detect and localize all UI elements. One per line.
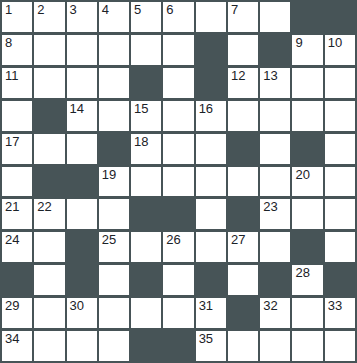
cell-r3c8[interactable]: 12: [228, 68, 258, 98]
cell-r10c9[interactable]: 32: [260, 298, 290, 328]
clue-number: 30: [70, 298, 84, 313]
cell-r4c10[interactable]: [292, 101, 322, 131]
block-r5c8: [228, 134, 258, 164]
cell-r1c4[interactable]: 4: [99, 2, 129, 32]
cell-r4c8[interactable]: [228, 101, 258, 131]
cell-r3c1[interactable]: 11: [2, 68, 32, 98]
cell-r7c1[interactable]: 21: [2, 199, 32, 229]
block-r5c10: [292, 134, 322, 164]
cell-r1c3[interactable]: 3: [67, 2, 97, 32]
cell-r8c4[interactable]: 25: [99, 232, 129, 262]
block-r8c10: [292, 232, 322, 262]
cell-r5c3[interactable]: [67, 134, 97, 164]
cell-r1c2[interactable]: 2: [34, 2, 64, 32]
cell-r6c6[interactable]: [163, 167, 193, 197]
cell-r5c11[interactable]: [325, 134, 355, 164]
cell-r7c10[interactable]: [292, 199, 322, 229]
cell-r2c10[interactable]: 9: [292, 35, 322, 65]
clue-number: 25: [102, 232, 116, 247]
cell-r6c9[interactable]: [260, 167, 290, 197]
clue-number: 35: [199, 331, 213, 346]
cell-r2c6[interactable]: [163, 35, 193, 65]
cell-r8c8[interactable]: 27: [228, 232, 258, 262]
clue-number: 34: [5, 331, 19, 346]
cell-r4c4[interactable]: [99, 101, 129, 131]
crossword-board: 1234567891011121314151617181920212223242…: [0, 0, 357, 363]
cell-r11c10[interactable]: [292, 331, 322, 361]
cell-r10c10[interactable]: [292, 298, 322, 328]
clue-number: 31: [199, 298, 213, 313]
clue-number: 3: [70, 2, 77, 17]
clue-number: 8: [5, 35, 12, 50]
clue-number: 13: [263, 68, 277, 83]
cell-r3c3[interactable]: [67, 68, 97, 98]
cell-r6c4[interactable]: 19: [99, 167, 129, 197]
cell-r11c1[interactable]: 34: [2, 331, 32, 361]
cell-r5c6[interactable]: [163, 134, 193, 164]
cell-r5c7[interactable]: [196, 134, 226, 164]
cell-r2c3[interactable]: [67, 35, 97, 65]
clue-number: 18: [134, 134, 148, 149]
cell-r5c1[interactable]: 17: [2, 134, 32, 164]
block-r7c6: [163, 199, 193, 229]
cell-r1c7[interactable]: [196, 2, 226, 32]
clue-number: 6: [166, 2, 173, 17]
cell-r2c1[interactable]: 8: [2, 35, 32, 65]
cell-r7c9[interactable]: 23: [260, 199, 290, 229]
clue-number: 20: [295, 167, 309, 182]
cell-r2c8[interactable]: [228, 35, 258, 65]
clue-number: 14: [70, 101, 84, 116]
clue-number: 1: [5, 2, 12, 17]
clue-number: 28: [295, 265, 309, 280]
cell-r9c10[interactable]: 28: [292, 265, 322, 295]
block-r2c9: [260, 35, 290, 65]
cell-r11c3[interactable]: [67, 331, 97, 361]
clue-number: 19: [102, 167, 116, 182]
cell-r3c9[interactable]: 13: [260, 68, 290, 98]
clue-number: 16: [199, 101, 213, 116]
cell-r4c3[interactable]: 14: [67, 101, 97, 131]
cell-r9c8[interactable]: [228, 265, 258, 295]
cell-r11c11[interactable]: [325, 331, 355, 361]
cell-r1c6[interactable]: 6: [163, 2, 193, 32]
block-r7c8: [228, 199, 258, 229]
cell-r10c3[interactable]: 30: [67, 298, 97, 328]
cell-r6c8[interactable]: [228, 167, 258, 197]
block-r10c8: [228, 298, 258, 328]
clue-number: 26: [166, 232, 180, 247]
block-r3c7: [196, 68, 226, 98]
block-r9c9: [260, 265, 290, 295]
cell-r6c5[interactable]: [131, 167, 161, 197]
cell-r1c9[interactable]: [260, 2, 290, 32]
clue-number: 21: [5, 199, 19, 214]
cell-r8c5[interactable]: [131, 232, 161, 262]
block-r9c7: [196, 265, 226, 295]
cell-r8c9[interactable]: [260, 232, 290, 262]
clue-number: 17: [5, 134, 19, 149]
clue-number: 27: [231, 232, 245, 247]
cell-r7c11[interactable]: [325, 199, 355, 229]
block-r7c5: [131, 199, 161, 229]
cell-r6c11[interactable]: [325, 167, 355, 197]
cell-r3c10[interactable]: [292, 68, 322, 98]
cell-r8c11[interactable]: [325, 232, 355, 262]
clue-number: 10: [328, 35, 342, 50]
cell-r3c11[interactable]: [325, 68, 355, 98]
block-r5c4: [99, 134, 129, 164]
cell-r9c4[interactable]: [99, 265, 129, 295]
cell-r8c1[interactable]: 24: [2, 232, 32, 262]
cell-r9c2[interactable]: [34, 265, 64, 295]
cell-r4c1[interactable]: [2, 101, 32, 131]
cell-r1c5[interactable]: 5: [131, 2, 161, 32]
cell-r4c7[interactable]: 16: [196, 101, 226, 131]
cell-r7c2[interactable]: 22: [34, 199, 64, 229]
clue-number: 32: [263, 298, 277, 313]
block-r9c11: [325, 265, 355, 295]
cell-r10c2[interactable]: [34, 298, 64, 328]
cell-r6c7[interactable]: [196, 167, 226, 197]
cell-r4c11[interactable]: [325, 101, 355, 131]
block-r4c2: [34, 101, 64, 131]
cell-r8c7[interactable]: [196, 232, 226, 262]
clue-number: 15: [134, 101, 148, 116]
cell-r8c6[interactable]: 26: [163, 232, 193, 262]
cell-r11c9[interactable]: [260, 331, 290, 361]
clue-number: 7: [231, 2, 238, 17]
cell-r2c11[interactable]: 10: [325, 35, 355, 65]
clue-number: 33: [328, 298, 342, 313]
block-r3c5: [131, 68, 161, 98]
clue-number: 22: [37, 199, 51, 214]
cell-r10c4[interactable]: [99, 298, 129, 328]
cell-r1c1[interactable]: 1: [2, 2, 32, 32]
block-r6c2: [34, 167, 64, 197]
cell-r7c4[interactable]: [99, 199, 129, 229]
cell-r10c1[interactable]: 29: [2, 298, 32, 328]
block-r1c11: [325, 2, 355, 32]
clue-number: 5: [134, 2, 141, 17]
cell-r5c9[interactable]: [260, 134, 290, 164]
cell-r11c8[interactable]: [228, 331, 258, 361]
cell-r10c6[interactable]: [163, 298, 193, 328]
cell-r10c5[interactable]: [131, 298, 161, 328]
block-r11c5: [131, 331, 161, 361]
clue-number: 12: [231, 68, 245, 83]
cell-r3c4[interactable]: [99, 68, 129, 98]
cell-r2c2[interactable]: [34, 35, 64, 65]
cell-r9c6[interactable]: [163, 265, 193, 295]
clue-number: 23: [263, 199, 277, 214]
block-r1c10: [292, 2, 322, 32]
cell-r10c7[interactable]: 31: [196, 298, 226, 328]
cell-r5c5[interactable]: 18: [131, 134, 161, 164]
cell-r4c6[interactable]: [163, 101, 193, 131]
cell-r7c7[interactable]: [196, 199, 226, 229]
clue-number: 24: [5, 232, 19, 247]
cell-r7c3[interactable]: [67, 199, 97, 229]
block-r9c1: [2, 265, 32, 295]
cell-r11c7[interactable]: 35: [196, 331, 226, 361]
block-r2c7: [196, 35, 226, 65]
cell-r2c4[interactable]: [99, 35, 129, 65]
block-r11c6: [163, 331, 193, 361]
clue-number: 29: [5, 298, 19, 313]
clue-number: 9: [295, 35, 302, 50]
cell-r4c5[interactable]: 15: [131, 101, 161, 131]
clue-number: 2: [37, 2, 44, 17]
cell-r2c5[interactable]: [131, 35, 161, 65]
block-r9c5: [131, 265, 161, 295]
cell-r10c11[interactable]: 33: [325, 298, 355, 328]
cell-r5c2[interactable]: [34, 134, 64, 164]
clue-number: 11: [5, 68, 19, 83]
block-r6c3: [67, 167, 97, 197]
cell-r4c9[interactable]: [260, 101, 290, 131]
cell-r11c4[interactable]: [99, 331, 129, 361]
clue-number: 4: [102, 2, 109, 17]
cell-r3c6[interactable]: [163, 68, 193, 98]
cell-r11c2[interactable]: [34, 331, 64, 361]
cell-r1c8[interactable]: 7: [228, 2, 258, 32]
cell-r3c2[interactable]: [34, 68, 64, 98]
cell-r8c2[interactable]: [34, 232, 64, 262]
block-r8c3: [67, 232, 97, 262]
cell-r6c1[interactable]: [2, 167, 32, 197]
cell-r6c10[interactable]: 20: [292, 167, 322, 197]
block-r9c3: [67, 265, 97, 295]
